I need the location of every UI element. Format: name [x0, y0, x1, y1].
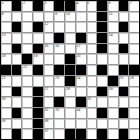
white-cell[interactable]: [12, 33, 22, 43]
clue-number: 21: [23, 65, 27, 69]
white-cell[interactable]: [1, 129, 11, 139]
white-cell[interactable]: [129, 33, 139, 43]
white-cell[interactable]: [12, 76, 22, 86]
white-cell[interactable]: [12, 119, 22, 129]
black-cell: [12, 1, 22, 11]
white-cell[interactable]: [87, 44, 97, 54]
white-cell[interactable]: [108, 97, 118, 107]
white-cell[interactable]: 9: [54, 12, 64, 22]
white-cell[interactable]: [97, 119, 107, 129]
white-cell[interactable]: [108, 129, 118, 139]
black-cell: [54, 33, 64, 43]
white-cell[interactable]: [129, 54, 139, 64]
black-cell: [76, 33, 86, 43]
white-cell[interactable]: [65, 108, 75, 118]
white-cell[interactable]: [44, 12, 54, 22]
white-cell[interactable]: [12, 97, 22, 107]
white-cell[interactable]: 26: [129, 76, 139, 86]
black-cell: [12, 87, 22, 97]
white-cell[interactable]: [87, 108, 97, 118]
black-cell: [65, 76, 75, 86]
clue-number: 31: [87, 97, 91, 101]
white-cell[interactable]: 23: [54, 76, 64, 86]
white-cell[interactable]: [119, 97, 129, 107]
white-cell[interactable]: [129, 12, 139, 22]
white-cell[interactable]: [22, 44, 32, 54]
white-cell[interactable]: 13: [1, 33, 11, 43]
white-cell[interactable]: 6: [108, 1, 118, 11]
white-cell[interactable]: 37: [44, 129, 54, 139]
white-cell[interactable]: 27: [44, 87, 54, 97]
black-cell: [33, 108, 43, 118]
white-cell[interactable]: [129, 119, 139, 129]
white-cell[interactable]: 17: [76, 44, 86, 54]
white-cell[interactable]: [33, 12, 43, 22]
black-cell: [54, 1, 64, 11]
white-cell[interactable]: [97, 97, 107, 107]
white-cell[interactable]: [108, 119, 118, 129]
clue-number: 16: [55, 44, 59, 48]
white-cell[interactable]: [119, 54, 129, 64]
white-cell[interactable]: [76, 119, 86, 129]
white-cell[interactable]: [12, 12, 22, 22]
black-cell: [54, 97, 64, 107]
clue-number: 30: [2, 97, 6, 101]
clue-number: 29: [108, 87, 112, 91]
white-cell[interactable]: [97, 54, 107, 64]
white-cell[interactable]: [65, 44, 75, 54]
clue-number: 33: [55, 108, 59, 112]
clue-number: 22: [2, 76, 6, 80]
white-cell[interactable]: [87, 12, 97, 22]
black-cell: [97, 1, 107, 11]
white-cell[interactable]: [76, 22, 86, 32]
clue-number: 9: [55, 12, 57, 16]
white-cell[interactable]: 30: [1, 97, 11, 107]
white-cell[interactable]: [87, 54, 97, 64]
black-cell: [12, 44, 22, 54]
white-cell[interactable]: [54, 87, 64, 97]
black-cell: [22, 54, 32, 64]
clue-number: 4: [76, 1, 78, 5]
white-cell[interactable]: [129, 129, 139, 139]
white-cell[interactable]: [97, 76, 107, 86]
white-cell[interactable]: [22, 22, 32, 32]
white-cell[interactable]: [129, 87, 139, 97]
black-cell: [97, 129, 107, 139]
clue-number: 5: [87, 1, 89, 5]
white-cell[interactable]: 4: [76, 1, 86, 11]
white-cell[interactable]: [129, 22, 139, 32]
white-cell[interactable]: 1: [1, 1, 11, 11]
clue-number: 6: [108, 1, 110, 5]
white-cell[interactable]: [1, 44, 11, 54]
clue-number: 18: [2, 54, 6, 58]
white-cell[interactable]: [22, 76, 32, 86]
crossword-board: 1234567891011121314151617181920212223242…: [0, 0, 140, 140]
white-cell[interactable]: [22, 12, 32, 22]
clue-number: 7: [130, 1, 132, 5]
white-cell[interactable]: [54, 54, 64, 64]
white-cell[interactable]: [44, 76, 54, 86]
clue-number: 2: [23, 1, 25, 5]
clue-number: 25: [119, 76, 123, 80]
clue-number: 12: [44, 22, 48, 26]
clue-number: 36: [44, 119, 48, 123]
black-cell: [33, 22, 43, 32]
white-cell[interactable]: [108, 65, 118, 75]
white-cell[interactable]: [76, 12, 86, 22]
black-cell: [76, 65, 86, 75]
black-cell: [119, 44, 129, 54]
black-cell: [33, 65, 43, 75]
black-cell: [119, 129, 129, 139]
white-cell[interactable]: 25: [119, 76, 129, 86]
white-cell[interactable]: 32: [44, 108, 54, 118]
black-cell: [97, 22, 107, 32]
white-cell[interactable]: 29: [108, 87, 118, 97]
white-cell[interactable]: 12: [44, 22, 54, 32]
black-cell: [97, 87, 107, 97]
white-cell[interactable]: [108, 54, 118, 64]
white-cell[interactable]: 5: [87, 1, 97, 11]
white-cell[interactable]: [22, 87, 32, 97]
black-cell: [65, 54, 75, 64]
white-cell[interactable]: [87, 87, 97, 97]
white-cell[interactable]: [65, 33, 75, 43]
clue-number: 10: [66, 12, 70, 16]
black-cell: [97, 33, 107, 43]
clue-number: 13: [2, 33, 6, 37]
white-cell[interactable]: [108, 44, 118, 54]
white-cell[interactable]: [54, 119, 64, 129]
white-cell[interactable]: [87, 22, 97, 32]
white-cell[interactable]: 10: [65, 12, 75, 22]
black-cell: [119, 1, 129, 11]
white-cell[interactable]: [22, 97, 32, 107]
clue-number: 17: [76, 44, 80, 48]
clue-number: 3: [44, 1, 46, 5]
black-cell: [65, 1, 75, 11]
black-cell: [33, 87, 43, 97]
black-cell: [33, 119, 43, 129]
white-cell[interactable]: 33: [54, 108, 64, 118]
black-cell: [1, 65, 11, 75]
white-cell[interactable]: [33, 76, 43, 86]
black-cell: [33, 1, 43, 11]
black-cell: [33, 97, 43, 107]
white-cell[interactable]: [12, 54, 22, 64]
white-cell[interactable]: 22: [1, 76, 11, 86]
clue-number: 19: [34, 54, 38, 58]
white-cell[interactable]: [33, 33, 43, 43]
clue-number: 24: [76, 76, 80, 80]
black-cell: [97, 108, 107, 118]
white-cell[interactable]: 18: [1, 54, 11, 64]
white-cell[interactable]: [22, 108, 32, 118]
clue-number: 1: [2, 1, 4, 5]
white-cell[interactable]: 15: [44, 44, 54, 54]
white-cell[interactable]: 20: [76, 54, 86, 64]
white-cell[interactable]: 31: [87, 97, 97, 107]
clue-number: 35: [2, 119, 6, 123]
white-cell[interactable]: [54, 22, 64, 32]
black-cell: [108, 76, 118, 86]
white-cell[interactable]: 21: [22, 65, 32, 75]
white-cell[interactable]: [54, 129, 64, 139]
black-cell: [97, 44, 107, 54]
white-cell[interactable]: 16: [54, 44, 64, 54]
white-cell[interactable]: [44, 65, 54, 75]
clue-number: 28: [66, 87, 70, 91]
white-cell[interactable]: 34: [76, 108, 86, 118]
white-cell[interactable]: [87, 33, 97, 43]
black-cell: [12, 129, 22, 139]
black-cell: [119, 87, 129, 97]
black-cell: [12, 65, 22, 75]
white-cell[interactable]: 35: [1, 119, 11, 129]
white-cell[interactable]: [65, 119, 75, 129]
white-cell[interactable]: [119, 119, 129, 129]
white-cell[interactable]: [22, 119, 32, 129]
white-cell[interactable]: [129, 97, 139, 107]
clue-number: 8: [2, 12, 4, 16]
clue-number: 20: [76, 54, 80, 58]
white-cell[interactable]: [108, 22, 118, 32]
white-cell[interactable]: [129, 108, 139, 118]
white-cell[interactable]: [108, 108, 118, 118]
black-cell: [119, 22, 129, 32]
clue-number: 32: [44, 108, 48, 112]
black-cell: [33, 129, 43, 139]
black-cell: [65, 129, 75, 139]
black-cell: [129, 65, 139, 75]
white-cell[interactable]: [1, 22, 11, 32]
clue-number: 37: [44, 129, 48, 133]
black-cell: [12, 108, 22, 118]
white-cell[interactable]: 2: [22, 1, 32, 11]
white-cell[interactable]: [22, 33, 32, 43]
black-cell: [76, 97, 86, 107]
white-cell[interactable]: [44, 54, 54, 64]
white-cell[interactable]: [1, 87, 11, 97]
white-cell[interactable]: 24: [76, 76, 86, 86]
white-cell[interactable]: [87, 119, 97, 129]
clue-number: 27: [44, 87, 48, 91]
black-cell: [65, 65, 75, 75]
clue-number: 14: [108, 33, 112, 37]
white-cell[interactable]: 7: [129, 1, 139, 11]
white-cell[interactable]: [87, 76, 97, 86]
black-cell: [12, 22, 22, 32]
clue-number: 11: [108, 12, 112, 16]
white-cell[interactable]: [119, 33, 129, 43]
clue-number: 26: [130, 76, 134, 80]
white-cell[interactable]: 28: [65, 87, 75, 97]
black-cell: [119, 65, 129, 75]
white-cell[interactable]: [65, 97, 75, 107]
white-cell[interactable]: 11: [108, 12, 118, 22]
white-cell[interactable]: [119, 12, 129, 22]
black-cell: [97, 12, 107, 22]
clue-number: 23: [55, 76, 59, 80]
black-cell: [119, 108, 129, 118]
white-cell[interactable]: [87, 129, 97, 139]
white-cell[interactable]: 8: [1, 12, 11, 22]
white-cell[interactable]: 19: [33, 54, 43, 64]
clue-number: 15: [44, 44, 48, 48]
white-cell[interactable]: [129, 44, 139, 54]
white-cell[interactable]: [22, 129, 32, 139]
black-cell: [97, 65, 107, 75]
white-cell[interactable]: [1, 108, 11, 118]
white-cell[interactable]: 14: [108, 33, 118, 43]
clue-number: 34: [76, 108, 80, 112]
white-cell[interactable]: 36: [44, 119, 54, 129]
white-cell[interactable]: [87, 65, 97, 75]
white-cell[interactable]: 3: [44, 1, 54, 11]
white-cell[interactable]: [44, 97, 54, 107]
black-cell: [33, 44, 43, 54]
black-cell: [54, 65, 64, 75]
black-cell: [76, 129, 86, 139]
white-cell[interactable]: [65, 22, 75, 32]
white-cell[interactable]: [44, 33, 54, 43]
white-cell[interactable]: [76, 87, 86, 97]
